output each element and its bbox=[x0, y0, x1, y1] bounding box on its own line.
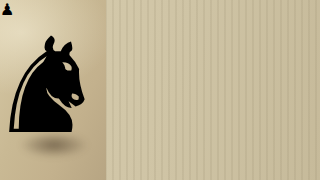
thumbnail: ♟ ♞ 87654321 abcdefgh ♜♞♝♛♚♝♜♟♟♟♟♟♟♟♞♟♝♟… bbox=[0, 0, 320, 180]
chess-pieces-photo: ♟ ♞ bbox=[0, 0, 106, 180]
black-knight-icon: ♞ bbox=[6, 6, 106, 166]
